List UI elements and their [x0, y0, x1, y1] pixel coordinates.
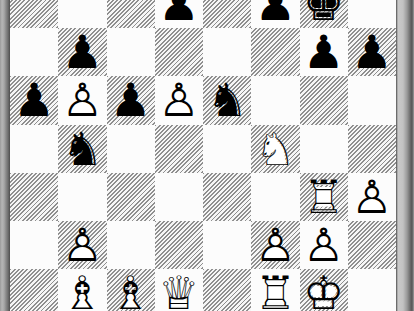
square-d4[interactable]	[155, 125, 203, 173]
square-h6[interactable]: ♟	[348, 28, 396, 76]
white-piece-outline-layer: ♗	[58, 269, 106, 311]
square-c5[interactable]: ♟	[107, 76, 155, 124]
black-piece-glyph: ♟	[58, 28, 106, 76]
piece-white-queen-d1[interactable]: ♛♕	[155, 269, 203, 311]
piece-white-pawn-b2[interactable]: ♟♙	[58, 221, 106, 269]
square-b5[interactable]: ♟♙	[58, 76, 106, 124]
board-border-left	[0, 0, 10, 311]
square-c4[interactable]	[107, 125, 155, 173]
black-piece-glyph: ♟	[300, 28, 348, 76]
square-a4[interactable]	[10, 125, 58, 173]
square-e2[interactable]	[203, 221, 251, 269]
piece-black-pawn-c5[interactable]: ♟	[107, 76, 155, 124]
square-f6[interactable]	[251, 28, 299, 76]
square-a6[interactable]	[10, 28, 58, 76]
square-c2[interactable]	[107, 221, 155, 269]
square-f2[interactable]: ♟♙	[251, 221, 299, 269]
square-d7[interactable]: ♟	[155, 0, 203, 28]
piece-white-bishop-c1[interactable]: ♝♗	[107, 269, 155, 311]
white-piece-outline-layer: ♕	[155, 269, 203, 311]
square-g4[interactable]	[300, 125, 348, 173]
piece-black-pawn-b6[interactable]: ♟	[58, 28, 106, 76]
square-a3[interactable]	[10, 173, 58, 221]
square-e5[interactable]: ♞	[203, 76, 251, 124]
square-d5[interactable]: ♟♙	[155, 76, 203, 124]
square-h4[interactable]	[348, 125, 396, 173]
piece-black-pawn-g6[interactable]: ♟	[300, 28, 348, 76]
square-g7[interactable]: ♚	[300, 0, 348, 28]
piece-black-pawn-a5[interactable]: ♟	[10, 76, 58, 124]
square-g5[interactable]	[300, 76, 348, 124]
square-g6[interactable]: ♟	[300, 28, 348, 76]
white-piece-outline-layer: ♙	[300, 221, 348, 269]
piece-black-knight-b4[interactable]: ♞	[58, 125, 106, 173]
piece-black-pawn-f7[interactable]: ♟	[251, 0, 299, 28]
square-b2[interactable]: ♟♙	[58, 221, 106, 269]
square-h1[interactable]	[348, 269, 396, 311]
piece-white-pawn-d5[interactable]: ♟♙	[155, 76, 203, 124]
piece-white-rook-g3[interactable]: ♜♖	[300, 173, 348, 221]
white-piece-outline-layer: ♙	[251, 221, 299, 269]
piece-black-pawn-d7[interactable]: ♟	[155, 0, 203, 28]
white-piece-outline-layer: ♗	[107, 269, 155, 311]
square-e7[interactable]	[203, 0, 251, 28]
square-f5[interactable]	[251, 76, 299, 124]
square-g3[interactable]: ♜♖	[300, 173, 348, 221]
piece-white-knight-f4[interactable]: ♞♘	[251, 125, 299, 173]
square-a5[interactable]: ♟	[10, 76, 58, 124]
square-g1[interactable]: ♚♔	[300, 269, 348, 311]
white-piece-outline-layer: ♙	[58, 221, 106, 269]
square-c1[interactable]: ♝♗	[107, 269, 155, 311]
piece-white-pawn-f2[interactable]: ♟♙	[251, 221, 299, 269]
square-e1[interactable]	[203, 269, 251, 311]
piece-white-pawn-g2[interactable]: ♟♙	[300, 221, 348, 269]
black-piece-glyph: ♟	[348, 28, 396, 76]
white-piece-outline-layer: ♘	[251, 125, 299, 173]
square-a1[interactable]	[10, 269, 58, 311]
square-f3[interactable]	[251, 173, 299, 221]
black-piece-glyph: ♟	[107, 76, 155, 124]
board-border-right	[396, 0, 414, 311]
square-c3[interactable]	[107, 173, 155, 221]
square-e3[interactable]	[203, 173, 251, 221]
piece-white-pawn-h3[interactable]: ♟♙	[348, 173, 396, 221]
black-piece-glyph: ♞	[203, 76, 251, 124]
piece-black-king-g7[interactable]: ♚	[300, 0, 348, 28]
square-d2[interactable]	[155, 221, 203, 269]
square-h3[interactable]: ♟♙	[348, 173, 396, 221]
square-b1[interactable]: ♝♗	[58, 269, 106, 311]
black-piece-glyph: ♟	[251, 0, 299, 28]
square-f1[interactable]: ♜♖	[251, 269, 299, 311]
white-piece-outline-layer: ♙	[155, 76, 203, 124]
white-piece-outline-layer: ♖	[251, 269, 299, 311]
square-d6[interactable]	[155, 28, 203, 76]
square-a2[interactable]	[10, 221, 58, 269]
square-g2[interactable]: ♟♙	[300, 221, 348, 269]
white-piece-outline-layer: ♖	[300, 173, 348, 221]
square-e6[interactable]	[203, 28, 251, 76]
white-piece-outline-layer: ♙	[58, 76, 106, 124]
black-piece-glyph: ♟	[10, 76, 58, 124]
square-b6[interactable]: ♟	[58, 28, 106, 76]
piece-black-knight-e5[interactable]: ♞	[203, 76, 251, 124]
white-piece-outline-layer: ♔	[300, 269, 348, 311]
black-piece-glyph: ♚	[300, 0, 348, 28]
piece-white-rook-f1[interactable]: ♜♖	[251, 269, 299, 311]
square-c6[interactable]	[107, 28, 155, 76]
square-d3[interactable]	[155, 173, 203, 221]
square-h7[interactable]	[348, 0, 396, 28]
square-d1[interactable]: ♛♕	[155, 269, 203, 311]
white-piece-outline-layer: ♙	[348, 173, 396, 221]
square-b7[interactable]	[58, 0, 106, 28]
square-e4[interactable]	[203, 125, 251, 173]
piece-white-king-g1[interactable]: ♚♔	[300, 269, 348, 311]
square-b4[interactable]: ♞	[58, 125, 106, 173]
square-h5[interactable]	[348, 76, 396, 124]
square-f7[interactable]: ♟	[251, 0, 299, 28]
square-f4[interactable]: ♞♘	[251, 125, 299, 173]
chess-app-window: ♟♟♚♟♟♟♟♟♙♟♟♙♞♞♞♘♜♖♟♙♟♙♟♙♟♙♝♗♝♗♛♕♜♖♚♔	[0, 0, 414, 311]
piece-white-pawn-b5[interactable]: ♟♙	[58, 76, 106, 124]
black-piece-glyph: ♞	[58, 125, 106, 173]
square-c7[interactable]	[107, 0, 155, 28]
chess-board: ♟♟♚♟♟♟♟♟♙♟♟♙♞♞♞♘♜♖♟♙♟♙♟♙♟♙♝♗♝♗♛♕♜♖♚♔	[10, 0, 396, 311]
piece-white-bishop-b1[interactable]: ♝♗	[58, 269, 106, 311]
black-piece-glyph: ♟	[155, 0, 203, 28]
piece-black-pawn-h6[interactable]: ♟	[348, 28, 396, 76]
square-h2[interactable]	[348, 221, 396, 269]
square-a7[interactable]	[10, 0, 58, 28]
square-b3[interactable]	[58, 173, 106, 221]
